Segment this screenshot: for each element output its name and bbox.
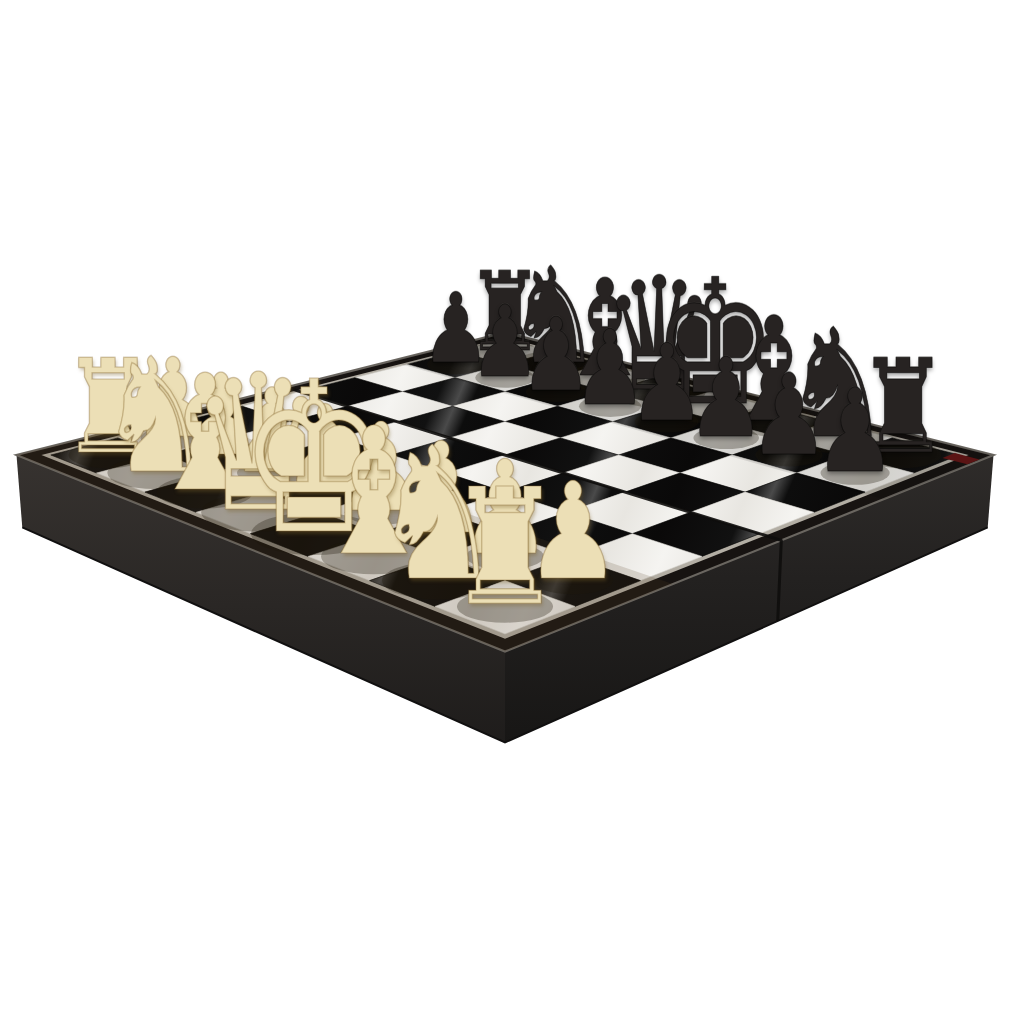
chess-set-product-photo: ♜♞♟♝♟♛♟♚♟♝♟♞♟♟♜♟♟♜♟♟♞♟♝♟♛♟♚♟♝♟♞♜	[0, 0, 1024, 1024]
piece-shadow	[457, 590, 553, 623]
piece-shadow	[466, 543, 544, 569]
piece-shadow	[579, 396, 641, 417]
piece-shadow	[237, 461, 306, 485]
piece-shadow	[427, 355, 485, 375]
piece-shadow	[187, 444, 254, 467]
piece-shadow	[475, 368, 534, 388]
piece-shadow	[635, 411, 699, 433]
piece-shadow	[693, 427, 759, 449]
piece-shadow	[533, 567, 613, 594]
piece-shadow	[526, 381, 587, 402]
piece-shadow	[821, 461, 890, 485]
piece-shadow	[755, 444, 822, 467]
piece-shadow	[141, 427, 207, 449]
chess-board	[0, 0, 1024, 1024]
piece-shadow	[404, 521, 479, 547]
